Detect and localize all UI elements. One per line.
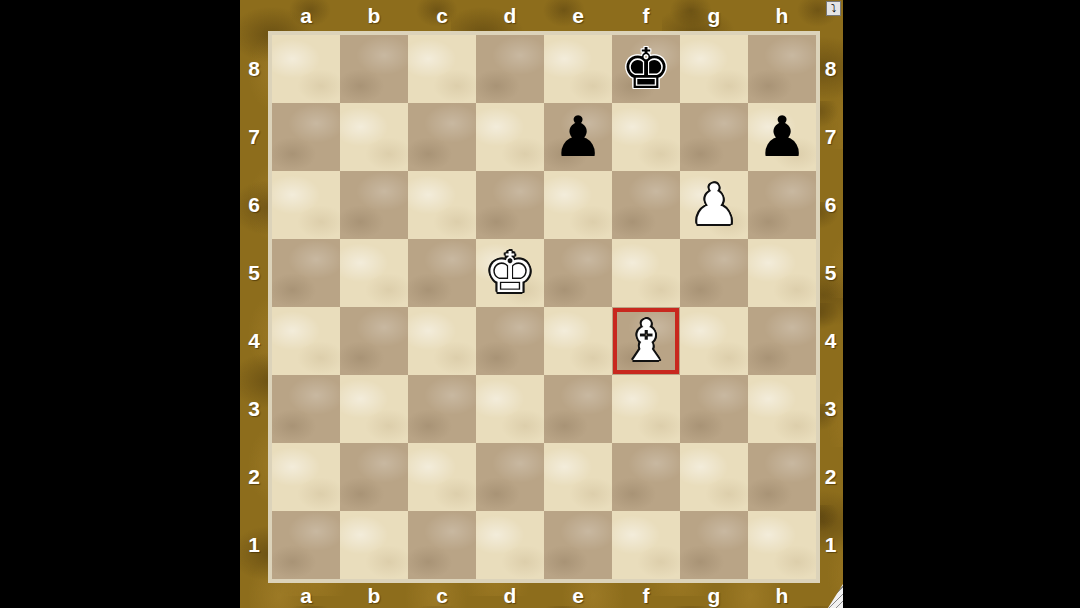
square-f7[interactable] [612, 103, 680, 171]
square-e7[interactable]: ♟ [544, 103, 612, 171]
file-label-d: d [476, 584, 544, 608]
rank-label-7: 7 [240, 103, 268, 171]
square-c1[interactable] [408, 511, 476, 579]
square-b8[interactable] [340, 35, 408, 103]
square-a5[interactable] [272, 239, 340, 307]
square-f6[interactable] [612, 171, 680, 239]
rank-label-7: 7 [818, 103, 843, 171]
square-a6[interactable] [272, 171, 340, 239]
resize-grip-icon[interactable] [828, 584, 843, 608]
square-e2[interactable] [544, 443, 612, 511]
square-d4[interactable] [476, 307, 544, 375]
square-b2[interactable] [340, 443, 408, 511]
square-c8[interactable] [408, 35, 476, 103]
file-label-f: f [612, 4, 680, 28]
rank-label-4: 4 [818, 307, 843, 375]
square-h4[interactable] [748, 307, 816, 375]
rank-label-3: 3 [240, 375, 268, 443]
square-d3[interactable] [476, 375, 544, 443]
square-d1[interactable] [476, 511, 544, 579]
square-a4[interactable] [272, 307, 340, 375]
rank-label-8: 8 [240, 35, 268, 103]
square-g3[interactable] [680, 375, 748, 443]
chess-board: ♚♟♟♟♚♝ [272, 35, 816, 579]
black-pawn[interactable]: ♟ [553, 109, 603, 165]
rank-label-8: 8 [818, 35, 843, 103]
square-b3[interactable] [340, 375, 408, 443]
square-e5[interactable] [544, 239, 612, 307]
square-g8[interactable] [680, 35, 748, 103]
square-c7[interactable] [408, 103, 476, 171]
rank-label-4: 4 [240, 307, 268, 375]
file-label-b: b [340, 584, 408, 608]
square-f3[interactable] [612, 375, 680, 443]
rank-label-2: 2 [240, 443, 268, 511]
square-f1[interactable] [612, 511, 680, 579]
file-label-c: c [408, 584, 476, 608]
rank-label-6: 6 [240, 171, 268, 239]
file-label-d: d [476, 4, 544, 28]
rank-labels-left: 87654321 [240, 35, 268, 579]
square-f4[interactable]: ♝ [612, 307, 680, 375]
square-e1[interactable] [544, 511, 612, 579]
square-d5[interactable]: ♚ [476, 239, 544, 307]
file-label-a: a [272, 4, 340, 28]
file-label-e: e [544, 4, 612, 28]
square-f2[interactable] [612, 443, 680, 511]
square-a2[interactable] [272, 443, 340, 511]
black-king[interactable]: ♚ [621, 41, 671, 97]
square-c3[interactable] [408, 375, 476, 443]
square-b7[interactable] [340, 103, 408, 171]
square-e6[interactable] [544, 171, 612, 239]
square-e4[interactable] [544, 307, 612, 375]
flip-board-button[interactable]: ⤵ [826, 1, 841, 16]
square-g4[interactable] [680, 307, 748, 375]
square-h7[interactable]: ♟ [748, 103, 816, 171]
rank-label-5: 5 [240, 239, 268, 307]
letterbox-left [0, 0, 240, 608]
square-d2[interactable] [476, 443, 544, 511]
black-pawn[interactable]: ♟ [757, 109, 807, 165]
square-a3[interactable] [272, 375, 340, 443]
white-king[interactable]: ♚ [485, 245, 535, 301]
rank-label-1: 1 [240, 511, 268, 579]
square-h1[interactable] [748, 511, 816, 579]
square-c5[interactable] [408, 239, 476, 307]
square-g7[interactable] [680, 103, 748, 171]
chess-board-panel: abcdefgh abcdefgh 87654321 87654321 ♚♟♟♟… [240, 0, 843, 608]
square-b4[interactable] [340, 307, 408, 375]
square-e3[interactable] [544, 375, 612, 443]
letterbox-right [843, 0, 1080, 608]
square-a8[interactable] [272, 35, 340, 103]
square-b1[interactable] [340, 511, 408, 579]
file-labels-top: abcdefgh [272, 0, 816, 31]
rank-label-3: 3 [818, 375, 843, 443]
rank-label-2: 2 [818, 443, 843, 511]
file-label-g: g [680, 584, 748, 608]
file-label-a: a [272, 584, 340, 608]
square-c4[interactable] [408, 307, 476, 375]
white-bishop[interactable]: ♝ [621, 313, 671, 369]
square-g6[interactable]: ♟ [680, 171, 748, 239]
square-d8[interactable] [476, 35, 544, 103]
file-label-g: g [680, 4, 748, 28]
file-label-e: e [544, 584, 612, 608]
file-label-b: b [340, 4, 408, 28]
square-g2[interactable] [680, 443, 748, 511]
square-h2[interactable] [748, 443, 816, 511]
square-f5[interactable] [612, 239, 680, 307]
file-label-h: h [748, 4, 816, 28]
file-label-c: c [408, 4, 476, 28]
file-label-h: h [748, 584, 816, 608]
square-a1[interactable] [272, 511, 340, 579]
square-h6[interactable] [748, 171, 816, 239]
square-g1[interactable] [680, 511, 748, 579]
square-g5[interactable] [680, 239, 748, 307]
rank-label-6: 6 [818, 171, 843, 239]
square-c6[interactable] [408, 171, 476, 239]
square-d6[interactable] [476, 171, 544, 239]
square-b6[interactable] [340, 171, 408, 239]
square-c2[interactable] [408, 443, 476, 511]
square-h3[interactable] [748, 375, 816, 443]
square-e8[interactable] [544, 35, 612, 103]
file-labels-bottom: abcdefgh [272, 583, 816, 608]
square-f8[interactable]: ♚ [612, 35, 680, 103]
rank-labels-right: 87654321 [818, 35, 843, 579]
square-d7[interactable] [476, 103, 544, 171]
square-a7[interactable] [272, 103, 340, 171]
rank-label-1: 1 [818, 511, 843, 579]
square-b5[interactable] [340, 239, 408, 307]
square-h5[interactable] [748, 239, 816, 307]
square-h8[interactable] [748, 35, 816, 103]
file-label-f: f [612, 584, 680, 608]
rank-label-5: 5 [818, 239, 843, 307]
white-pawn[interactable]: ♟ [689, 177, 739, 233]
